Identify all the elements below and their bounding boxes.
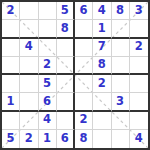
cell-r3c7[interactable] (112, 39, 130, 57)
given-digit: 6 (80, 4, 88, 16)
cell-r6c8[interactable] (130, 93, 148, 111)
given-digit: 2 (25, 133, 33, 145)
cell-r3c6[interactable]: 7 (93, 39, 111, 57)
given-digit: 3 (135, 4, 143, 16)
given-digit: 4 (98, 4, 106, 16)
cell-r7c6[interactable] (93, 112, 111, 130)
cell-r1c5[interactable]: 6 (75, 2, 93, 20)
cell-r5c5[interactable] (75, 75, 93, 93)
given-digit: 2 (135, 41, 143, 53)
cell-r5c8[interactable] (130, 75, 148, 93)
given-digit: 5 (61, 4, 69, 16)
cell-r6c1[interactable]: 1 (2, 93, 20, 111)
given-digit: 5 (43, 77, 51, 89)
cell-r2c4[interactable]: 8 (57, 20, 75, 38)
cell-r1c8[interactable]: 3 (130, 2, 148, 20)
cell-r2c1[interactable] (2, 20, 20, 38)
cell-r5c2[interactable] (20, 75, 38, 93)
cell-r7c4[interactable] (57, 112, 75, 130)
cell-r8c6[interactable] (93, 130, 111, 148)
given-digit: 2 (80, 114, 88, 126)
cell-r5c7[interactable] (112, 75, 130, 93)
given-digit: 1 (7, 95, 15, 107)
cell-r2c7[interactable] (112, 20, 130, 38)
given-digit: 6 (43, 95, 51, 107)
cell-r3c3[interactable] (39, 39, 57, 57)
cell-r1c2[interactable] (20, 2, 38, 20)
given-digit: 1 (43, 133, 51, 145)
given-digit: 4 (135, 133, 143, 145)
cell-r5c1[interactable] (2, 75, 20, 93)
cell-r2c8[interactable] (130, 20, 148, 38)
cell-r5c6[interactable]: 2 (93, 75, 111, 93)
cell-r6c3[interactable]: 6 (39, 93, 57, 111)
cell-r7c3[interactable]: 4 (39, 112, 57, 130)
cell-r8c3[interactable]: 1 (39, 130, 57, 148)
given-digit: 4 (25, 41, 33, 53)
cell-r4c3[interactable]: 2 (39, 57, 57, 75)
given-digit: 6 (61, 133, 69, 145)
cell-r7c2[interactable] (20, 112, 38, 130)
given-digit: 1 (98, 22, 106, 34)
given-digit: 8 (80, 133, 88, 145)
cell-r7c5[interactable]: 2 (75, 112, 93, 130)
cell-r7c8[interactable] (130, 112, 148, 130)
cell-r1c7[interactable]: 8 (112, 2, 130, 20)
cell-r8c2[interactable]: 2 (20, 130, 38, 148)
cell-r1c6[interactable]: 4 (93, 2, 111, 20)
cell-r4c5[interactable] (75, 57, 93, 75)
cell-r3c4[interactable] (57, 39, 75, 57)
given-digit: 4 (43, 114, 51, 126)
given-digit: 8 (116, 4, 124, 16)
cell-r3c1[interactable] (2, 39, 20, 57)
cell-r4c2[interactable] (20, 57, 38, 75)
given-digit: 2 (98, 77, 106, 89)
cell-r6c6[interactable] (93, 93, 111, 111)
cell-r7c7[interactable] (112, 112, 130, 130)
given-digit: 7 (98, 41, 106, 53)
cell-r8c5[interactable]: 8 (75, 130, 93, 148)
cell-grid: 25648381472285216342521684 (2, 2, 148, 148)
cell-r1c3[interactable] (39, 2, 57, 20)
cell-r4c8[interactable] (130, 57, 148, 75)
cell-r8c4[interactable]: 6 (57, 130, 75, 148)
given-digit: 2 (43, 59, 51, 71)
cell-r2c5[interactable] (75, 20, 93, 38)
cell-r4c4[interactable] (57, 57, 75, 75)
given-digit: 8 (61, 22, 69, 34)
cell-r3c2[interactable]: 4 (20, 39, 38, 57)
cell-r2c2[interactable] (20, 20, 38, 38)
cell-r2c3[interactable] (39, 20, 57, 38)
cell-r8c7[interactable] (112, 130, 130, 148)
cell-r6c2[interactable] (20, 93, 38, 111)
cell-r8c8[interactable]: 4 (130, 130, 148, 148)
given-digit: 2 (7, 4, 15, 16)
cell-r6c4[interactable] (57, 93, 75, 111)
cell-r2c6[interactable]: 1 (93, 20, 111, 38)
cell-r6c5[interactable] (75, 93, 93, 111)
cell-r1c1[interactable]: 2 (2, 2, 20, 20)
given-digit: 3 (116, 95, 124, 107)
cell-r8c1[interactable]: 5 (2, 130, 20, 148)
sudoku-board: 25648381472285216342521684 (0, 0, 150, 150)
cell-r3c5[interactable] (75, 39, 93, 57)
cell-r4c1[interactable] (2, 57, 20, 75)
cell-r6c7[interactable]: 3 (112, 93, 130, 111)
given-digit: 5 (7, 133, 15, 145)
cell-r5c3[interactable]: 5 (39, 75, 57, 93)
cell-r5c4[interactable] (57, 75, 75, 93)
cell-r3c8[interactable]: 2 (130, 39, 148, 57)
cell-r4c6[interactable]: 8 (93, 57, 111, 75)
cell-r1c4[interactable]: 5 (57, 2, 75, 20)
given-digit: 8 (98, 59, 106, 71)
cell-r4c7[interactable] (112, 57, 130, 75)
cell-r7c1[interactable] (2, 112, 20, 130)
